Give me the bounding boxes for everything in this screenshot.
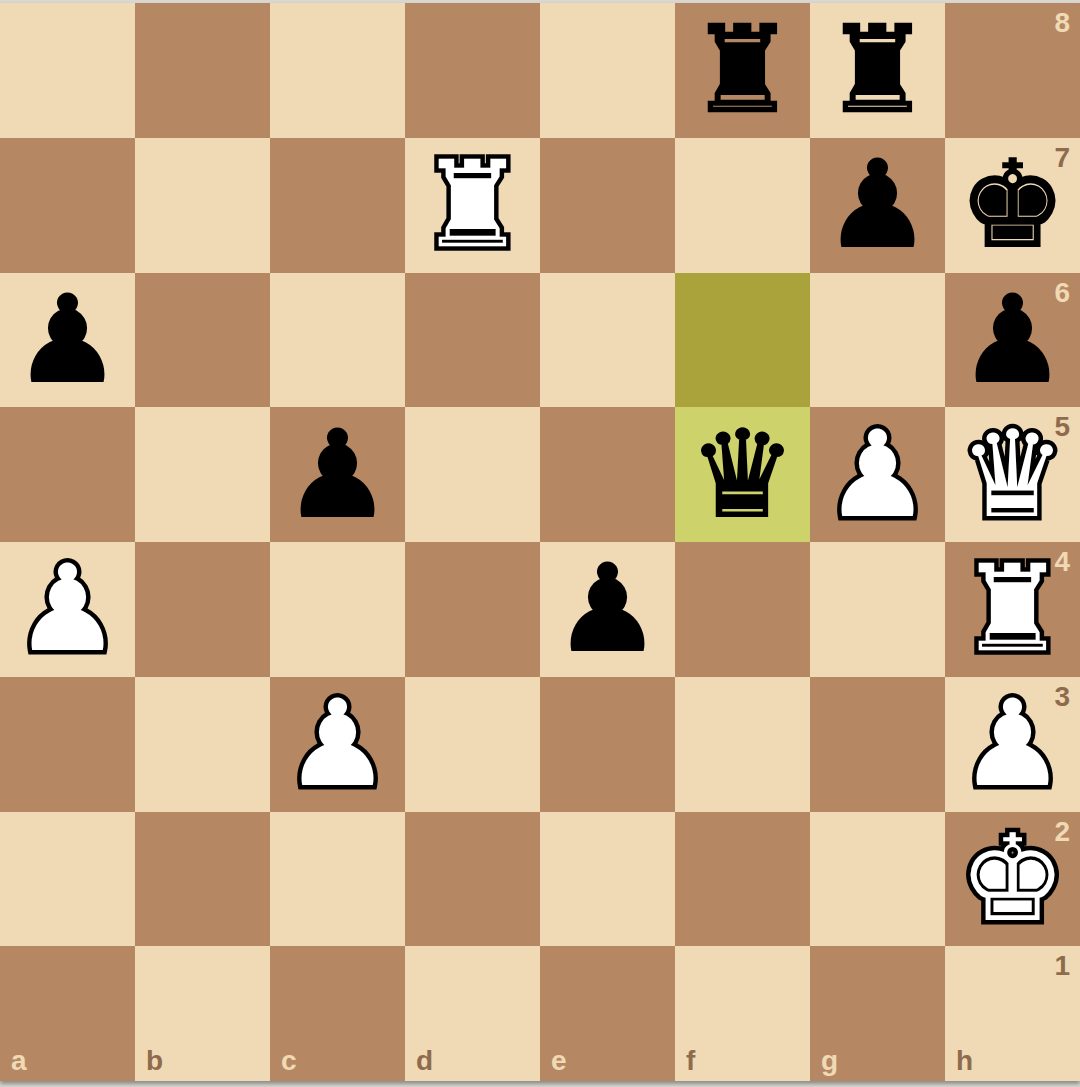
square-g4[interactable]	[810, 542, 945, 677]
square-c4[interactable]	[270, 542, 405, 677]
square-c6[interactable]	[270, 273, 405, 408]
piece-black-rook-f8[interactable]: ♜♜	[675, 3, 810, 138]
square-f8[interactable]: ♜♜	[675, 3, 810, 138]
square-b7[interactable]	[135, 138, 270, 273]
square-h6[interactable]: ♟♟6	[945, 273, 1080, 408]
square-e3[interactable]	[540, 677, 675, 812]
square-f5[interactable]: ♛♛	[675, 407, 810, 542]
square-a8[interactable]	[0, 3, 135, 138]
square-b6[interactable]	[135, 273, 270, 408]
piece-white-pawn-h3[interactable]: ♟♟	[945, 677, 1080, 812]
square-g7[interactable]: ♟♟	[810, 138, 945, 273]
square-a5[interactable]	[0, 407, 135, 542]
piece-white-pawn-c3[interactable]: ♟♟	[270, 677, 405, 812]
square-f4[interactable]	[675, 542, 810, 677]
file-label-a: a	[11, 1047, 27, 1075]
square-f6[interactable]	[675, 273, 810, 408]
piece-black-pawn-g7[interactable]: ♟♟	[810, 138, 945, 273]
square-h5[interactable]: ♛♛5	[945, 407, 1080, 542]
square-e8[interactable]	[540, 3, 675, 138]
piece-black-pawn-h6[interactable]: ♟♟	[945, 273, 1080, 408]
square-a7[interactable]	[0, 138, 135, 273]
square-a1[interactable]: a	[0, 946, 135, 1081]
square-e6[interactable]	[540, 273, 675, 408]
rank-label-1: 1	[1054, 952, 1070, 980]
square-e7[interactable]	[540, 138, 675, 273]
square-b2[interactable]	[135, 812, 270, 947]
square-d8[interactable]	[405, 3, 540, 138]
square-b5[interactable]	[135, 407, 270, 542]
piece-white-pawn-g5[interactable]: ♟♟	[810, 407, 945, 542]
piece-black-pawn-c5[interactable]: ♟♟	[270, 407, 405, 542]
square-g6[interactable]	[810, 273, 945, 408]
square-h4[interactable]: ♜♜4	[945, 542, 1080, 677]
square-e5[interactable]	[540, 407, 675, 542]
square-h7[interactable]: ♚♚7	[945, 138, 1080, 273]
piece-white-pawn-a4[interactable]: ♟♟	[0, 542, 135, 677]
rook-glyph-fill: ♜	[419, 145, 527, 265]
square-e4[interactable]: ♟♟	[540, 542, 675, 677]
square-d3[interactable]	[405, 677, 540, 812]
chess-board[interactable]: ♜♜♜♜8♜♜♟♟♚♚7♟♟♟♟6♟♟♛♛♟♟♛♛5♟♟♟♟♜♜4♟♟♟♟3♚♚…	[0, 3, 1080, 1081]
file-label-b: b	[146, 1047, 163, 1075]
pawn-glyph-fill: ♟	[284, 684, 392, 804]
square-b3[interactable]	[135, 677, 270, 812]
rank-label-8: 8	[1054, 9, 1070, 37]
piece-white-rook-d7[interactable]: ♜♜	[405, 138, 540, 273]
square-b8[interactable]	[135, 3, 270, 138]
square-a3[interactable]	[0, 677, 135, 812]
square-a2[interactable]	[0, 812, 135, 947]
square-g3[interactable]	[810, 677, 945, 812]
piece-black-king-h7[interactable]: ♚♚	[945, 138, 1080, 273]
rook-glyph-fill: ♜	[959, 549, 1067, 669]
queen-glyph-fill: ♛	[959, 415, 1067, 535]
square-e2[interactable]	[540, 812, 675, 947]
file-label-d: d	[416, 1047, 433, 1075]
square-h1[interactable]: h1	[945, 946, 1080, 1081]
square-c5[interactable]: ♟♟	[270, 407, 405, 542]
square-g1[interactable]: g	[810, 946, 945, 1081]
square-d4[interactable]	[405, 542, 540, 677]
square-h2[interactable]: ♚♚2	[945, 812, 1080, 947]
file-label-c: c	[281, 1047, 297, 1075]
square-b4[interactable]	[135, 542, 270, 677]
square-d7[interactable]: ♜♜	[405, 138, 540, 273]
square-f3[interactable]	[675, 677, 810, 812]
pawn-glyph-fill: ♟	[14, 280, 122, 400]
king-glyph-fill: ♚	[959, 819, 1067, 939]
square-e1[interactable]: e	[540, 946, 675, 1081]
piece-white-king-h2[interactable]: ♚♚	[945, 812, 1080, 947]
square-g5[interactable]: ♟♟	[810, 407, 945, 542]
page-background: { "game": "chess", "board_view": "white-…	[0, 0, 1080, 1087]
piece-black-pawn-a6[interactable]: ♟♟	[0, 273, 135, 408]
square-h3[interactable]: ♟♟3	[945, 677, 1080, 812]
square-f7[interactable]	[675, 138, 810, 273]
pawn-glyph-fill: ♟	[959, 684, 1067, 804]
square-c3[interactable]: ♟♟	[270, 677, 405, 812]
file-label-g: g	[821, 1047, 838, 1075]
king-glyph-fill: ♚	[959, 145, 1067, 265]
pawn-glyph-fill: ♟	[959, 280, 1067, 400]
square-g2[interactable]	[810, 812, 945, 947]
piece-black-pawn-e4[interactable]: ♟♟	[540, 542, 675, 677]
piece-black-rook-g8[interactable]: ♜♜	[810, 3, 945, 138]
piece-white-rook-h4[interactable]: ♜♜	[945, 542, 1080, 677]
square-h8[interactable]: 8	[945, 3, 1080, 138]
square-a4[interactable]: ♟♟	[0, 542, 135, 677]
square-c1[interactable]: c	[270, 946, 405, 1081]
rook-glyph-fill: ♜	[824, 10, 932, 130]
piece-black-queen-f5[interactable]: ♛♛	[675, 407, 810, 542]
file-label-e: e	[551, 1047, 567, 1075]
square-d6[interactable]	[405, 273, 540, 408]
square-c2[interactable]	[270, 812, 405, 947]
square-f2[interactable]	[675, 812, 810, 947]
pawn-glyph-fill: ♟	[824, 415, 932, 535]
square-d2[interactable]	[405, 812, 540, 947]
square-d5[interactable]	[405, 407, 540, 542]
file-label-f: f	[686, 1047, 695, 1075]
square-b1[interactable]: b	[135, 946, 270, 1081]
piece-white-queen-h5[interactable]: ♛♛	[945, 407, 1080, 542]
rook-glyph-fill: ♜	[689, 10, 797, 130]
file-label-h: h	[956, 1047, 973, 1075]
pawn-glyph-fill: ♟	[14, 549, 122, 669]
square-c7[interactable]	[270, 138, 405, 273]
queen-glyph-fill: ♛	[689, 415, 797, 535]
square-d1[interactable]: d	[405, 946, 540, 1081]
pawn-glyph-fill: ♟	[284, 415, 392, 535]
pawn-glyph-fill: ♟	[554, 549, 662, 669]
square-g8[interactable]: ♜♜	[810, 3, 945, 138]
square-f1[interactable]: f	[675, 946, 810, 1081]
square-a6[interactable]: ♟♟	[0, 273, 135, 408]
square-c8[interactable]	[270, 3, 405, 138]
pawn-glyph-fill: ♟	[824, 145, 932, 265]
